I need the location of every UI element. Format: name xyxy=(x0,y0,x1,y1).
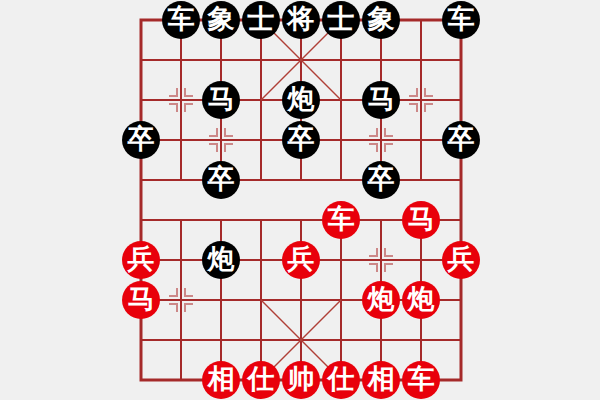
piece-glyph: 卒 xyxy=(128,126,155,153)
piece-red-horse[interactable]: 马 xyxy=(122,281,160,319)
piece-glyph: 兵 xyxy=(448,246,475,273)
piece-black-soldier[interactable]: 卒 xyxy=(202,161,240,199)
piece-glyph: 象 xyxy=(208,6,235,33)
piece-black-general[interactable]: 将 xyxy=(282,1,320,39)
piece-black-soldier[interactable]: 卒 xyxy=(282,121,320,159)
piece-black-advisor[interactable]: 士 xyxy=(322,1,360,39)
piece-glyph: 卒 xyxy=(448,126,475,153)
piece-glyph: 车 xyxy=(168,6,195,33)
piece-black-horse[interactable]: 马 xyxy=(362,81,400,119)
piece-glyph: 马 xyxy=(368,86,395,113)
piece-black-chariot[interactable]: 车 xyxy=(162,1,200,39)
piece-glyph: 车 xyxy=(448,6,475,33)
piece-red-elephant[interactable]: 相 xyxy=(362,361,400,399)
piece-glyph: 炮 xyxy=(288,86,315,113)
piece-glyph: 卒 xyxy=(368,166,395,193)
piece-glyph: 将 xyxy=(288,6,315,33)
piece-glyph: 相 xyxy=(208,366,235,393)
piece-glyph: 卒 xyxy=(208,166,235,193)
piece-red-horse[interactable]: 马 xyxy=(402,201,440,239)
piece-black-cannon[interactable]: 炮 xyxy=(282,81,320,119)
piece-glyph: 帅 xyxy=(288,366,315,393)
piece-black-soldier[interactable]: 卒 xyxy=(122,121,160,159)
piece-glyph: 相 xyxy=(368,366,395,393)
piece-glyph: 车 xyxy=(328,206,355,233)
piece-glyph: 卒 xyxy=(288,126,315,153)
piece-glyph: 车 xyxy=(408,366,435,393)
piece-black-elephant[interactable]: 象 xyxy=(202,1,240,39)
piece-glyph: 士 xyxy=(328,6,355,33)
piece-black-soldier[interactable]: 卒 xyxy=(362,161,400,199)
piece-red-chariot[interactable]: 车 xyxy=(402,361,440,399)
piece-red-advisor[interactable]: 仕 xyxy=(322,361,360,399)
piece-black-elephant[interactable]: 象 xyxy=(362,1,400,39)
piece-glyph: 仕 xyxy=(328,366,355,393)
piece-red-general[interactable]: 帅 xyxy=(282,361,320,399)
piece-black-chariot[interactable]: 车 xyxy=(442,1,480,39)
piece-black-soldier[interactable]: 卒 xyxy=(442,121,480,159)
piece-red-advisor[interactable]: 仕 xyxy=(242,361,280,399)
piece-red-cannon[interactable]: 炮 xyxy=(362,281,400,319)
piece-black-horse[interactable]: 马 xyxy=(202,81,240,119)
piece-glyph: 炮 xyxy=(408,286,435,313)
piece-red-elephant[interactable]: 相 xyxy=(202,361,240,399)
piece-red-chariot[interactable]: 车 xyxy=(322,201,360,239)
piece-glyph: 炮 xyxy=(208,246,235,273)
piece-glyph: 马 xyxy=(408,206,435,233)
piece-red-cannon[interactable]: 炮 xyxy=(402,281,440,319)
xiangqi-board: 车象士将士象车马炮马卒卒卒卒卒车马兵炮兵兵马炮炮相仕帅仕相车 xyxy=(0,0,600,400)
piece-glyph: 兵 xyxy=(288,246,315,273)
piece-red-soldier[interactable]: 兵 xyxy=(442,241,480,279)
piece-glyph: 马 xyxy=(208,86,235,113)
piece-red-soldier[interactable]: 兵 xyxy=(122,241,160,279)
piece-glyph: 仕 xyxy=(248,366,275,393)
piece-glyph: 炮 xyxy=(368,286,395,313)
piece-glyph: 兵 xyxy=(128,246,155,273)
piece-glyph: 象 xyxy=(368,6,395,33)
piece-black-advisor[interactable]: 士 xyxy=(242,1,280,39)
piece-glyph: 士 xyxy=(248,6,275,33)
piece-red-soldier[interactable]: 兵 xyxy=(282,241,320,279)
piece-black-cannon[interactable]: 炮 xyxy=(202,241,240,279)
pieces-grid: 车象士将士象车马炮马卒卒卒卒卒车马兵炮兵兵马炮炮相仕帅仕相车 xyxy=(121,0,481,400)
piece-glyph: 马 xyxy=(128,286,155,313)
